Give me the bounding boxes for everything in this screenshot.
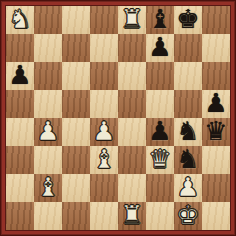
square-b1[interactable] bbox=[34, 202, 62, 230]
square-b3[interactable] bbox=[34, 146, 62, 174]
piece-black-king-g8: ♚ bbox=[176, 5, 199, 33]
square-a3[interactable] bbox=[6, 146, 34, 174]
square-c8[interactable] bbox=[62, 6, 90, 34]
square-a8[interactable]: ♞ bbox=[6, 6, 34, 34]
square-h4[interactable]: ♛ bbox=[202, 118, 230, 146]
square-f3[interactable]: ♛ bbox=[146, 146, 174, 174]
square-b4[interactable]: ♟ bbox=[34, 118, 62, 146]
square-g3[interactable]: ♞ bbox=[174, 146, 202, 174]
square-a5[interactable] bbox=[6, 90, 34, 118]
square-g5[interactable] bbox=[174, 90, 202, 118]
square-h2[interactable] bbox=[202, 174, 230, 202]
square-h8[interactable] bbox=[202, 6, 230, 34]
square-c5[interactable] bbox=[62, 90, 90, 118]
square-g7[interactable] bbox=[174, 34, 202, 62]
square-f8[interactable]: ♝ bbox=[146, 6, 174, 34]
piece-white-queen-f3: ♛ bbox=[148, 145, 171, 173]
piece-white-rook-e1: ♜ bbox=[120, 201, 143, 229]
square-b5[interactable] bbox=[34, 90, 62, 118]
piece-black-pawn-h5: ♟ bbox=[204, 89, 227, 117]
square-d4[interactable]: ♟ bbox=[90, 118, 118, 146]
square-e1[interactable]: ♜ bbox=[118, 202, 146, 230]
square-e3[interactable] bbox=[118, 146, 146, 174]
piece-black-bishop-f8: ♝ bbox=[148, 5, 171, 33]
square-d3[interactable]: ♝ bbox=[90, 146, 118, 174]
piece-black-pawn-a6: ♟ bbox=[8, 61, 31, 89]
square-h5[interactable]: ♟ bbox=[202, 90, 230, 118]
square-d7[interactable] bbox=[90, 34, 118, 62]
piece-black-knight-g4: ♞ bbox=[176, 117, 199, 145]
square-f1[interactable] bbox=[146, 202, 174, 230]
square-b8[interactable] bbox=[34, 6, 62, 34]
board-frame: ♞♜♝♚♟♟♟♟♟♟♞♛♝♛♞♝♟♜♚ bbox=[0, 0, 236, 236]
piece-white-knight-a8: ♞ bbox=[8, 5, 31, 33]
square-a4[interactable] bbox=[6, 118, 34, 146]
piece-white-rook-e8: ♜ bbox=[120, 5, 143, 33]
piece-white-bishop-b2: ♝ bbox=[36, 173, 59, 201]
piece-white-pawn-g2: ♟ bbox=[176, 173, 199, 201]
square-f5[interactable] bbox=[146, 90, 174, 118]
piece-white-king-g1: ♚ bbox=[176, 201, 199, 229]
square-a6[interactable]: ♟ bbox=[6, 62, 34, 90]
square-c2[interactable] bbox=[62, 174, 90, 202]
square-c7[interactable] bbox=[62, 34, 90, 62]
square-g6[interactable] bbox=[174, 62, 202, 90]
square-e2[interactable] bbox=[118, 174, 146, 202]
square-g1[interactable]: ♚ bbox=[174, 202, 202, 230]
square-e6[interactable] bbox=[118, 62, 146, 90]
square-c1[interactable] bbox=[62, 202, 90, 230]
piece-black-pawn-f7: ♟ bbox=[148, 33, 171, 61]
square-d1[interactable] bbox=[90, 202, 118, 230]
square-e8[interactable]: ♜ bbox=[118, 6, 146, 34]
square-e4[interactable] bbox=[118, 118, 146, 146]
square-e5[interactable] bbox=[118, 90, 146, 118]
square-b2[interactable]: ♝ bbox=[34, 174, 62, 202]
square-h6[interactable] bbox=[202, 62, 230, 90]
piece-white-bishop-d3: ♝ bbox=[92, 145, 115, 173]
square-h1[interactable] bbox=[202, 202, 230, 230]
piece-black-knight-g3: ♞ bbox=[176, 145, 199, 173]
square-a7[interactable] bbox=[6, 34, 34, 62]
square-h3[interactable] bbox=[202, 146, 230, 174]
piece-black-queen-h4: ♛ bbox=[204, 117, 227, 145]
square-d8[interactable] bbox=[90, 6, 118, 34]
square-g2[interactable]: ♟ bbox=[174, 174, 202, 202]
square-f2[interactable] bbox=[146, 174, 174, 202]
piece-white-pawn-d4: ♟ bbox=[92, 117, 115, 145]
piece-black-pawn-f4: ♟ bbox=[148, 117, 171, 145]
square-c3[interactable] bbox=[62, 146, 90, 174]
square-a1[interactable] bbox=[6, 202, 34, 230]
square-e7[interactable] bbox=[118, 34, 146, 62]
square-b7[interactable] bbox=[34, 34, 62, 62]
square-f4[interactable]: ♟ bbox=[146, 118, 174, 146]
chess-board: ♞♜♝♚♟♟♟♟♟♟♞♛♝♛♞♝♟♜♚ bbox=[6, 6, 230, 230]
piece-white-pawn-b4: ♟ bbox=[36, 117, 59, 145]
square-d2[interactable] bbox=[90, 174, 118, 202]
square-c4[interactable] bbox=[62, 118, 90, 146]
square-d6[interactable] bbox=[90, 62, 118, 90]
square-c6[interactable] bbox=[62, 62, 90, 90]
square-b6[interactable] bbox=[34, 62, 62, 90]
square-g8[interactable]: ♚ bbox=[174, 6, 202, 34]
square-f7[interactable]: ♟ bbox=[146, 34, 174, 62]
square-h7[interactable] bbox=[202, 34, 230, 62]
square-f6[interactable] bbox=[146, 62, 174, 90]
square-a2[interactable] bbox=[6, 174, 34, 202]
square-g4[interactable]: ♞ bbox=[174, 118, 202, 146]
square-d5[interactable] bbox=[90, 90, 118, 118]
